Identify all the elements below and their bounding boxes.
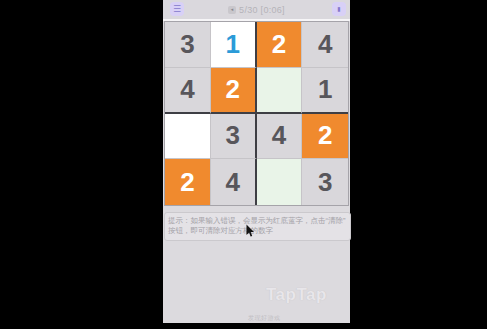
app-screen: ☰ ◂ 5/30 [0:06] ▮ 3 1 2 4 4 2 1 3 4 2 2 … [163,0,350,323]
cell-r1c1[interactable]: 2 [211,68,257,114]
cell-r0c0[interactable]: 3 [165,22,211,68]
cell-r2c1[interactable]: 3 [211,114,257,160]
cell-r1c3[interactable]: 1 [302,68,348,114]
cell-r0c3[interactable]: 4 [302,22,348,68]
taptap-slogan: 发现好游戏 [248,314,281,323]
status-group: ◂ 5/30 [0:06] [163,0,350,19]
cell-r1c2[interactable] [257,68,303,114]
mouse-cursor-icon [246,224,256,238]
taptap-watermark: TapTap [266,285,327,305]
cell-r2c2[interactable]: 4 [257,114,303,160]
more-button[interactable]: ▮ [332,2,346,16]
progress-timer-label: 5/30 [0:06] [239,5,285,15]
cell-r3c1[interactable]: 4 [211,159,257,205]
cell-r3c3[interactable]: 3 [302,159,348,205]
letterboxed-stage: ☰ ◂ 5/30 [0:06] ▮ 3 1 2 4 4 2 1 3 4 2 2 … [0,0,487,329]
cell-r1c0[interactable]: 4 [165,68,211,114]
sudoku-board: 3 1 2 4 4 2 1 3 4 2 2 4 3 [164,21,349,206]
cell-r2c0[interactable] [165,114,211,160]
cell-r0c2[interactable]: 2 [257,22,303,68]
back-triangle-icon: ◂ [228,6,236,14]
cell-r3c0[interactable]: 2 [165,159,211,205]
top-bar: ☰ ◂ 5/30 [0:06] ▮ [163,0,350,21]
hint-text-box: 提示：如果输入错误，会显示为红底蓝字，点击“清除”按钮，即可清除对应方格的数字 [164,212,351,241]
panel-icon: ▮ [337,6,340,12]
cell-r0c1[interactable]: 1 [211,22,257,68]
cell-r3c2[interactable] [257,159,303,205]
cell-r2c3[interactable]: 2 [302,114,348,160]
